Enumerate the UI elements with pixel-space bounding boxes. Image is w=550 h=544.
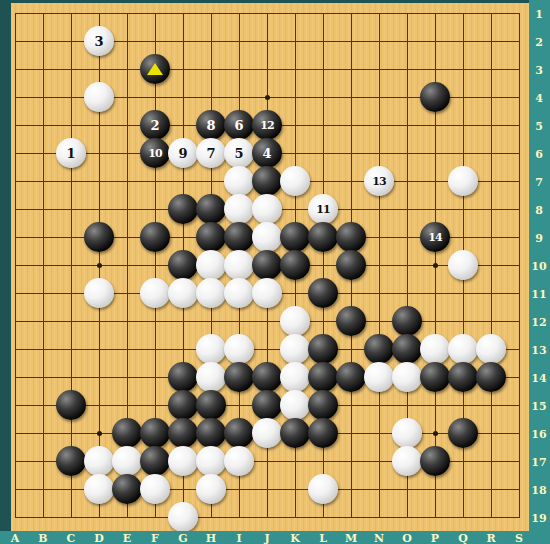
black-stone[interactable]: 12: [252, 110, 282, 140]
row-label: 14: [531, 372, 546, 385]
white-stone[interactable]: [196, 334, 226, 364]
board-top-edge: [0, 0, 550, 3]
black-stone[interactable]: [168, 390, 198, 420]
white-stone[interactable]: [84, 446, 114, 476]
row-label: 2: [535, 36, 543, 49]
white-stone[interactable]: [280, 334, 310, 364]
black-stone[interactable]: [420, 362, 450, 392]
row-label: 18: [531, 484, 546, 497]
white-stone[interactable]: 13: [364, 166, 394, 196]
white-stone[interactable]: [280, 390, 310, 420]
black-stone[interactable]: [280, 418, 310, 448]
white-stone[interactable]: [420, 334, 450, 364]
white-stone[interactable]: 7: [196, 138, 226, 168]
white-stone[interactable]: [252, 222, 282, 252]
column-label: G: [178, 532, 187, 544]
black-stone[interactable]: [140, 54, 170, 84]
black-stone[interactable]: [196, 222, 226, 252]
black-stone[interactable]: [252, 362, 282, 392]
black-stone[interactable]: [56, 390, 86, 420]
black-stone[interactable]: [420, 446, 450, 476]
board-left-edge: [0, 0, 11, 544]
column-label: P: [431, 532, 439, 544]
black-stone[interactable]: [280, 222, 310, 252]
white-stone[interactable]: [392, 446, 422, 476]
star-point: [265, 95, 270, 100]
black-stone[interactable]: [252, 250, 282, 280]
white-stone[interactable]: [140, 474, 170, 504]
black-stone[interactable]: [196, 390, 226, 420]
white-stone[interactable]: [224, 334, 254, 364]
white-stone[interactable]: [448, 166, 478, 196]
move-number-label: 14: [428, 232, 441, 243]
row-label: 7: [535, 176, 543, 189]
white-stone[interactable]: [84, 82, 114, 112]
black-stone[interactable]: [196, 194, 226, 224]
grid-line-vertical: [491, 13, 492, 518]
column-label: D: [94, 532, 104, 544]
white-stone[interactable]: [280, 306, 310, 336]
row-label: 11: [531, 288, 546, 301]
row-label: 17: [531, 456, 546, 469]
grid-line-horizontal: [15, 321, 520, 322]
black-stone[interactable]: [84, 222, 114, 252]
white-stone[interactable]: [252, 194, 282, 224]
black-stone[interactable]: [140, 222, 170, 252]
column-label: I: [236, 532, 241, 544]
column-label: O: [402, 532, 412, 544]
black-stone[interactable]: 10: [140, 138, 170, 168]
column-label: K: [290, 532, 300, 544]
grid-line-vertical: [379, 13, 380, 518]
star-point: [97, 431, 102, 436]
row-label: 3: [535, 64, 543, 77]
black-stone[interactable]: [224, 222, 254, 252]
row-label: 8: [535, 204, 543, 217]
triangle-marker-icon: [147, 63, 163, 75]
black-stone[interactable]: [392, 334, 422, 364]
column-label: N: [374, 532, 384, 544]
move-number-label: 1: [66, 147, 75, 160]
black-stone[interactable]: 6: [224, 110, 254, 140]
white-stone[interactable]: [84, 474, 114, 504]
row-label: 9: [535, 232, 543, 245]
black-stone[interactable]: [280, 250, 310, 280]
row-label: 12: [531, 316, 546, 329]
black-stone[interactable]: [448, 418, 478, 448]
black-stone[interactable]: [476, 362, 506, 392]
grid-line-vertical: [519, 13, 520, 518]
white-stone[interactable]: [392, 362, 422, 392]
black-stone[interactable]: [448, 362, 478, 392]
row-label: 5: [535, 120, 543, 133]
white-stone[interactable]: [392, 418, 422, 448]
white-stone[interactable]: [224, 278, 254, 308]
move-number-label: 7: [206, 147, 215, 160]
black-stone[interactable]: [112, 418, 142, 448]
black-stone[interactable]: [308, 278, 338, 308]
black-stone[interactable]: [196, 418, 226, 448]
white-stone[interactable]: [224, 194, 254, 224]
black-stone[interactable]: [336, 250, 366, 280]
black-stone[interactable]: [56, 446, 86, 476]
column-label: J: [264, 532, 269, 544]
white-stone[interactable]: [448, 250, 478, 280]
column-label: M: [345, 532, 357, 544]
white-stone[interactable]: [196, 446, 226, 476]
row-label: 6: [535, 148, 543, 161]
column-label: E: [123, 532, 131, 544]
black-stone[interactable]: 14: [420, 222, 450, 252]
white-stone[interactable]: 5: [224, 138, 254, 168]
black-stone[interactable]: [168, 362, 198, 392]
white-stone[interactable]: [280, 166, 310, 196]
black-stone[interactable]: [364, 334, 394, 364]
white-stone[interactable]: [308, 474, 338, 504]
white-stone[interactable]: 11: [308, 194, 338, 224]
move-number-label: 5: [234, 147, 243, 160]
grid-line-horizontal: [15, 517, 520, 518]
row-label: 19: [531, 512, 546, 525]
move-number-label: 12: [260, 120, 273, 131]
row-label: 15: [531, 400, 546, 413]
white-stone[interactable]: [140, 278, 170, 308]
black-stone[interactable]: [336, 222, 366, 252]
column-label: Q: [458, 532, 468, 544]
black-stone[interactable]: [336, 362, 366, 392]
column-label: H: [206, 532, 216, 544]
move-number-label: 2: [150, 119, 159, 132]
move-number-label: 13: [372, 176, 385, 187]
black-stone[interactable]: [336, 306, 366, 336]
move-number-label: 11: [316, 204, 329, 215]
white-stone[interactable]: [84, 278, 114, 308]
black-stone[interactable]: 4: [252, 138, 282, 168]
white-stone[interactable]: 3: [84, 26, 114, 56]
white-stone[interactable]: [448, 334, 478, 364]
black-stone[interactable]: 8: [196, 110, 226, 140]
white-stone[interactable]: [112, 446, 142, 476]
white-stone[interactable]: [168, 278, 198, 308]
star-point: [97, 263, 102, 268]
column-label: R: [486, 532, 495, 544]
column-label: F: [151, 532, 159, 544]
row-label: 13: [531, 344, 546, 357]
black-stone[interactable]: [420, 82, 450, 112]
black-stone[interactable]: [308, 222, 338, 252]
column-label: C: [67, 532, 76, 544]
go-game-window: 3286121109754131114 ABCDEFGHIJKLMNOPQRS1…: [0, 0, 550, 544]
row-label: 16: [531, 428, 546, 441]
white-stone[interactable]: [476, 334, 506, 364]
white-stone[interactable]: [280, 362, 310, 392]
move-number-label: 8: [206, 119, 215, 132]
white-stone[interactable]: [252, 278, 282, 308]
row-label: 4: [535, 92, 543, 105]
white-stone[interactable]: [168, 502, 198, 532]
black-stone[interactable]: [168, 418, 198, 448]
white-stone[interactable]: [196, 474, 226, 504]
move-number-label: 3: [94, 35, 103, 48]
move-number-label: 9: [178, 147, 187, 160]
black-stone[interactable]: [308, 418, 338, 448]
star-point: [433, 431, 438, 436]
column-label: L: [319, 532, 327, 544]
white-stone[interactable]: [224, 166, 254, 196]
black-stone[interactable]: [252, 390, 282, 420]
column-label: S: [515, 532, 523, 544]
black-stone[interactable]: [308, 390, 338, 420]
row-label: 10: [531, 260, 546, 273]
star-point: [433, 263, 438, 268]
black-stone[interactable]: 2: [140, 110, 170, 140]
white-stone[interactable]: 9: [168, 138, 198, 168]
row-label: 1: [535, 8, 543, 21]
black-stone[interactable]: [168, 250, 198, 280]
black-stone[interactable]: [392, 306, 422, 336]
move-number-label: 10: [148, 148, 161, 159]
black-stone[interactable]: [168, 194, 198, 224]
move-number-label: 4: [262, 147, 271, 160]
column-label: B: [38, 532, 47, 544]
black-stone[interactable]: [140, 418, 170, 448]
black-stone[interactable]: [112, 474, 142, 504]
white-stone[interactable]: [196, 362, 226, 392]
white-stone[interactable]: [364, 362, 394, 392]
white-stone[interactable]: [196, 278, 226, 308]
column-label: A: [11, 532, 20, 544]
black-stone[interactable]: [224, 362, 254, 392]
black-stone[interactable]: [252, 166, 282, 196]
white-stone[interactable]: [168, 446, 198, 476]
white-stone[interactable]: 1: [56, 138, 86, 168]
white-stone[interactable]: [224, 446, 254, 476]
white-stone[interactable]: [224, 250, 254, 280]
black-stone[interactable]: [308, 362, 338, 392]
black-stone[interactable]: [224, 418, 254, 448]
white-stone[interactable]: [196, 250, 226, 280]
black-stone[interactable]: [308, 334, 338, 364]
move-number-label: 6: [234, 119, 243, 132]
white-stone[interactable]: [252, 418, 282, 448]
black-stone[interactable]: [140, 446, 170, 476]
